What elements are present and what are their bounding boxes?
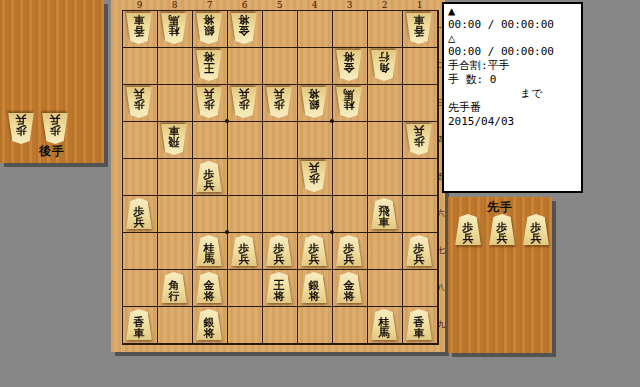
shogi-piece-gote[interactable]: 歩兵 (41, 113, 69, 144)
shogi-piece-sente[interactable]: 角行 (160, 272, 188, 303)
shogi-piece-sente[interactable]: 歩兵 (265, 235, 293, 266)
file-label: 9 (122, 0, 157, 10)
turn-indicator: 先手番 (448, 101, 577, 115)
shogi-piece-sente[interactable]: 香車 (405, 309, 433, 340)
shogi-piece-gote[interactable]: 桂馬 (335, 87, 363, 118)
gote-hand-pieces: 歩兵歩兵 (7, 113, 69, 144)
shogi-piece-sente[interactable]: 金将 (195, 272, 223, 303)
shogi-piece-sente[interactable]: 桂馬 (195, 235, 223, 266)
shogi-piece-sente[interactable]: 歩兵 (488, 214, 516, 245)
shogi-piece-gote[interactable]: 香車 (125, 13, 153, 44)
star-point (225, 119, 229, 123)
shogi-piece-gote[interactable]: 飛車 (160, 124, 188, 155)
shogi-piece-sente[interactable]: 歩兵 (195, 161, 223, 192)
file-label: 6 (227, 0, 262, 10)
file-label: 8 (157, 0, 192, 10)
star-point (225, 230, 229, 234)
shogi-piece-sente[interactable]: 歩兵 (454, 214, 482, 245)
file-label: 7 (192, 0, 227, 10)
shogi-piece-gote[interactable]: 香車 (405, 13, 433, 44)
move-count-text: 手 数: 0 (448, 73, 577, 87)
shogi-piece-gote[interactable]: 歩兵 (300, 161, 328, 192)
game-date: 2015/04/03 (448, 115, 577, 129)
shogi-piece-sente[interactable]: 金将 (335, 272, 363, 303)
shogi-piece-gote[interactable]: 歩兵 (195, 87, 223, 118)
file-label: 2 (367, 0, 402, 10)
rank-label: 七 (437, 232, 445, 269)
shogi-piece-gote[interactable]: 歩兵 (405, 124, 433, 155)
shogi-piece-sente[interactable]: 王将 (265, 272, 293, 303)
shogi-piece-sente[interactable]: 銀将 (300, 272, 328, 303)
game-info-panel: ▲ 00:00 / 00:00:00 △ 00:00 / 00:00:00 手合… (442, 2, 583, 193)
gote-turn-mark: △ (448, 32, 577, 45)
shogi-piece-sente[interactable]: 歩兵 (522, 214, 550, 245)
shogi-piece-sente[interactable]: 歩兵 (335, 235, 363, 266)
sente-turn-mark: ▲ (448, 5, 577, 18)
file-labels: 9 8 7 6 5 4 3 2 1 (122, 0, 437, 10)
shogi-piece-sente[interactable]: 桂馬 (370, 309, 398, 340)
file-label: 5 (262, 0, 297, 10)
file-label: 4 (297, 0, 332, 10)
star-point (330, 230, 334, 234)
shogi-piece-gote[interactable]: 歩兵 (230, 87, 258, 118)
shogi-piece-gote[interactable]: 金将 (230, 13, 258, 44)
shogi-piece-sente[interactable]: 歩兵 (125, 198, 153, 229)
rank-label: 八 (437, 269, 445, 306)
made-text: まで (520, 87, 577, 101)
shogi-piece-gote[interactable]: 歩兵 (7, 113, 35, 144)
sente-hand-pieces: 歩兵歩兵歩兵 (454, 214, 550, 245)
shogi-piece-sente[interactable]: 歩兵 (230, 235, 258, 266)
shogi-piece-gote[interactable]: 角行 (370, 50, 398, 81)
star-point (330, 119, 334, 123)
sente-hand-panel: 先手 歩兵歩兵歩兵 (448, 197, 552, 353)
shogi-piece-gote[interactable]: 銀将 (300, 87, 328, 118)
shogi-piece-gote[interactable]: 王将 (195, 50, 223, 81)
gote-hand-panel: 歩兵歩兵 後手 (0, 0, 104, 163)
shogi-piece-sente[interactable]: 銀将 (195, 309, 223, 340)
rank-label: 六 (437, 195, 445, 232)
shogi-piece-gote[interactable]: 歩兵 (265, 87, 293, 118)
gote-hand-label: 後手 (0, 143, 104, 160)
shogi-app-window: 歩兵歩兵 後手 9 8 7 6 5 4 3 2 1 香車桂馬銀将金将香車王将金将… (0, 0, 640, 387)
shogi-piece-gote[interactable]: 桂馬 (160, 13, 188, 44)
shogi-piece-gote[interactable]: 銀将 (195, 13, 223, 44)
shogi-piece-sente[interactable]: 歩兵 (405, 235, 433, 266)
shogi-piece-gote[interactable]: 歩兵 (125, 87, 153, 118)
shogi-piece-sente[interactable]: 飛車 (370, 198, 398, 229)
file-label: 1 (402, 0, 437, 10)
file-label: 3 (332, 0, 367, 10)
rank-label: 九 (437, 306, 445, 343)
sente-clock: 00:00 / 00:00:00 (448, 18, 577, 32)
shogi-piece-sente[interactable]: 歩兵 (300, 235, 328, 266)
gote-clock: 00:00 / 00:00:00 (448, 45, 577, 59)
shogi-board: 9 8 7 6 5 4 3 2 1 香車桂馬銀将金将香車王将金将角行歩兵歩兵歩兵… (111, 0, 445, 352)
handicap-text: 手合割:平手 (448, 59, 577, 73)
shogi-piece-gote[interactable]: 金将 (335, 50, 363, 81)
shogi-piece-sente[interactable]: 香車 (125, 309, 153, 340)
